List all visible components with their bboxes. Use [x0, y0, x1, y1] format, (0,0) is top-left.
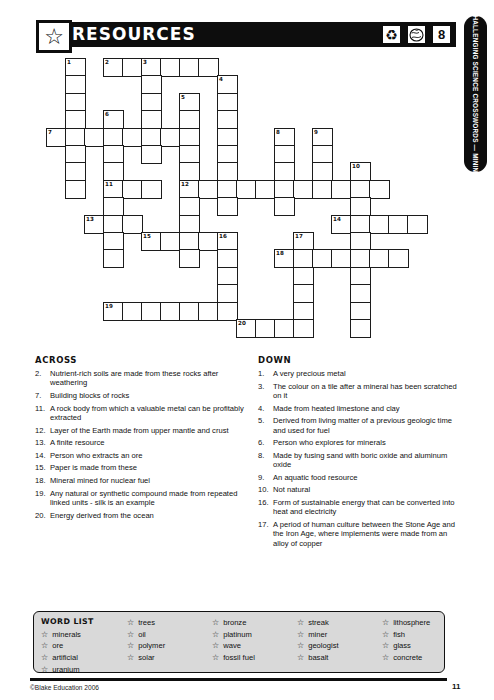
star-bullet-icon: ☆	[212, 641, 219, 650]
star-bullet-icon: ☆	[297, 653, 304, 662]
star-bullet-icon: ☆	[382, 641, 389, 650]
crossword-cell[interactable]	[179, 249, 200, 268]
crossword-cell[interactable]	[103, 249, 124, 268]
earth-icon	[409, 28, 424, 42]
crossword-cell[interactable]	[179, 110, 200, 129]
word-list-word: geologist	[308, 641, 338, 650]
word-list-box: WORD LIST☆minerals☆ore☆artificial☆uraniu…	[33, 611, 445, 673]
crossword-cell[interactable]	[179, 162, 200, 181]
word-list-item: ☆fish	[382, 629, 430, 641]
star-bullet-icon: ☆	[127, 653, 134, 662]
crossword-cell[interactable]	[217, 93, 238, 112]
word-list-column: WORD LIST☆minerals☆ore☆artificial☆uraniu…	[41, 617, 94, 675]
word-list-word: lithosphere	[393, 618, 430, 627]
puzzle-number: 8	[438, 27, 445, 42]
crossword-cell[interactable]	[179, 232, 200, 251]
clue-item-text: Not natural	[273, 485, 464, 494]
clue-item-number: 1.	[258, 369, 273, 378]
clue-number: 8	[276, 129, 280, 135]
word-list-item: ☆platinum	[212, 629, 255, 641]
word-list-item: ☆glass	[382, 640, 430, 652]
clue-item-text: Made from heated limestone and clay	[273, 404, 464, 413]
crossword-cell[interactable]	[198, 302, 219, 321]
footer-rule	[30, 678, 447, 681]
crossword-cell[interactable]	[122, 128, 143, 147]
clue-item-text: Derived from living matter of a previous…	[273, 416, 464, 435]
word-list-word: glass	[393, 641, 411, 650]
word-list-item: ☆ore	[41, 640, 94, 652]
crossword-cell[interactable]	[122, 302, 143, 321]
clue-item: 16.Form of sustainable energy that can b…	[258, 498, 464, 517]
star-bullet-icon: ☆	[41, 641, 48, 650]
crossword-cell[interactable]	[198, 180, 219, 199]
word-list-item: ☆lithosphere	[382, 617, 430, 629]
crossword-cell[interactable]: 1	[65, 58, 86, 77]
word-list-word: fish	[393, 630, 405, 639]
clue-item: 19.Any natural or synthetic compound mad…	[35, 489, 247, 508]
crossword-cell[interactable]	[293, 284, 314, 303]
clue-item-number: 11.	[35, 404, 50, 423]
clue-item: 5.Derived from living matter of a previo…	[258, 416, 464, 435]
clue-number: 16	[219, 233, 227, 239]
crossword-cell[interactable]	[103, 162, 124, 181]
word-list-column: ☆trees☆oil☆polymer☆solar	[127, 617, 165, 663]
crossword-cell[interactable]	[293, 249, 314, 268]
crossword-cell[interactable]	[65, 180, 86, 199]
word-list-item: ☆solar	[127, 652, 165, 664]
crossword-cell[interactable]	[274, 180, 295, 199]
star-bullet-icon: ☆	[212, 618, 219, 627]
clue-item: 4.Made from heated limestone and clay	[258, 404, 464, 413]
clue-item-text: Any natural or synthetic compound made f…	[50, 489, 247, 508]
crossword-cell[interactable]	[350, 249, 371, 268]
star-bullet-icon: ☆	[382, 653, 389, 662]
word-list-item: ☆oil	[127, 629, 165, 641]
crossword-cell[interactable]	[65, 75, 86, 94]
crossword-cell[interactable]: 6	[103, 110, 124, 129]
crossword-cell[interactable]: 14	[331, 215, 352, 234]
header-icons: ♻ 8	[381, 24, 452, 45]
crossword-cell[interactable]	[388, 249, 409, 268]
clue-item-number: 16.	[258, 498, 273, 517]
crossword-cell[interactable]	[103, 232, 124, 251]
star-bullet-icon: ☆	[382, 630, 389, 639]
clue-item-number: 4.	[258, 404, 273, 413]
crossword-cell[interactable]	[217, 128, 238, 147]
crossword-cell[interactable]	[198, 58, 219, 77]
crossword-cell[interactable]	[274, 319, 295, 338]
crossword-cell[interactable]	[217, 180, 238, 199]
recycle-icon: ♻	[385, 28, 398, 42]
word-list-item: ☆streak	[297, 617, 339, 629]
word-list-word: bronze	[223, 618, 246, 627]
crossword-cell[interactable]	[217, 249, 238, 268]
clue-item-number: 14.	[35, 451, 50, 460]
title-bar: RESOURCES ♻ 8	[64, 22, 456, 47]
clue-item-number: 17.	[258, 520, 273, 548]
crossword-cell[interactable]: 9	[312, 128, 333, 147]
clue-number: 19	[105, 303, 113, 309]
clue-item: 9.An aquatic food resource	[258, 473, 464, 482]
clue-item-number: 20.	[35, 511, 50, 520]
clue-item-text: Form of sustainable energy that can be c…	[273, 498, 464, 517]
clue-item: 8.Made by fusing sand with boric oxide a…	[258, 451, 464, 470]
clue-number: 6	[105, 111, 109, 117]
crossword-cell[interactable]	[350, 232, 371, 251]
word-list-word: miner	[308, 630, 327, 639]
crossword-cell[interactable]: 17	[293, 232, 314, 251]
word-list-item: ☆polymer	[127, 640, 165, 652]
clue-number: 15	[143, 233, 151, 239]
crossword-cell[interactable]: 18	[274, 249, 295, 268]
crossword-cell[interactable]	[293, 267, 314, 286]
crossword-cell[interactable]	[103, 145, 124, 164]
clue-item-number: 8.	[258, 451, 273, 470]
crossword-cell[interactable]	[122, 215, 143, 234]
crossword-cell[interactable]	[141, 110, 162, 129]
crossword-cell[interactable]	[160, 302, 181, 321]
across-clues: ACROSS 2.Nutrient-rich soils are made fr…	[35, 355, 247, 523]
crossword-cell[interactable]	[179, 58, 200, 77]
clue-number: 14	[333, 216, 341, 222]
word-list-word: oil	[138, 630, 146, 639]
word-list-item: ☆concrete	[382, 652, 430, 664]
star-bullet-icon: ☆	[41, 630, 48, 639]
clue-item-number: 5.	[258, 416, 273, 435]
word-list-word: minerals	[52, 630, 81, 639]
word-list-item: ☆minerals	[41, 629, 94, 641]
clue-item-number: 19.	[35, 489, 50, 508]
star-icon: ☆	[44, 26, 64, 48]
word-list-word: streak	[308, 618, 329, 627]
crossword-cell[interactable]	[179, 145, 200, 164]
word-list-word: fossil fuel	[223, 653, 255, 662]
crossword-cell[interactable]	[160, 232, 181, 251]
crossword-cell[interactable]	[236, 180, 257, 199]
clue-number: 3	[143, 59, 147, 65]
clue-item: 10.Not natural	[258, 485, 464, 494]
word-list-item: ☆artificial	[41, 652, 94, 664]
star-bullet-icon: ☆	[297, 618, 304, 627]
earth-badge	[406, 24, 427, 45]
crossword-cell[interactable]	[160, 128, 181, 147]
word-list-word: platinum	[223, 630, 252, 639]
clue-number: 11	[105, 181, 113, 187]
word-list-word: concrete	[393, 653, 422, 662]
clue-item-text: Paper is made from these	[50, 463, 247, 472]
clue-item-text: A period of human culture between the St…	[273, 520, 464, 548]
word-list-word: uranium	[52, 665, 79, 674]
star-bullet-icon: ☆	[127, 630, 134, 639]
crossword-cell[interactable]	[179, 215, 200, 234]
crossword-cell[interactable]	[198, 232, 219, 251]
crossword-cell[interactable]	[217, 197, 238, 216]
clue-item-text: A finite resource	[50, 438, 247, 447]
clue-item: 18.Mineral mined for nuclear fuel	[35, 476, 247, 485]
crossword-cell[interactable]	[331, 249, 352, 268]
crossword-cell[interactable]: 13	[84, 215, 105, 234]
crossword-cell[interactable]: 3	[141, 58, 162, 77]
crossword-cell[interactable]	[312, 162, 333, 181]
star-bullet-icon: ☆	[382, 618, 389, 627]
crossword-cell[interactable]	[141, 93, 162, 112]
word-list-column: ☆bronze☆platinum☆wave☆fossil fuel	[212, 617, 255, 663]
clue-item: 6.Person who explores for minerals	[258, 438, 464, 447]
word-list-word: wave	[223, 641, 241, 650]
crossword-cell[interactable]	[350, 215, 371, 234]
crossword-cell[interactable]	[217, 110, 238, 129]
clue-item-text: Person who explores for minerals	[273, 438, 464, 447]
crossword-cell[interactable]	[274, 162, 295, 181]
crossword-cell[interactable]	[274, 197, 295, 216]
crossword-cell[interactable]	[388, 215, 409, 234]
clue-number: 17	[295, 233, 303, 239]
crossword-cell[interactable]	[65, 93, 86, 112]
crossword-cell[interactable]	[350, 267, 371, 286]
series-side-tab: CHALLENGING SCIENCE CROSSWORDS — MINING	[464, 16, 487, 172]
crossword-cell[interactable]	[217, 162, 238, 181]
clue-item-text: Mineral mined for nuclear fuel	[50, 476, 247, 485]
clue-item: 15.Paper is made from these	[35, 463, 247, 472]
across-heading: ACROSS	[35, 355, 247, 365]
down-heading: DOWN	[258, 355, 464, 365]
clue-item: 7.Building blocks of rocks	[35, 391, 247, 400]
crossword-cell[interactable]	[103, 215, 124, 234]
crossword-cell[interactable]	[407, 215, 428, 234]
clue-item-number: 9.	[258, 473, 273, 482]
star-bullet-icon: ☆	[127, 641, 134, 650]
word-list-word: basalt	[308, 653, 328, 662]
clue-number: 10	[352, 163, 360, 169]
crossword-cell[interactable]	[350, 180, 371, 199]
crossword-cell[interactable]	[122, 180, 143, 199]
crossword-cell[interactable]	[65, 128, 86, 147]
crossword-cell[interactable]	[141, 128, 162, 147]
crossword-cell[interactable]	[255, 180, 276, 199]
crossword-cell[interactable]	[369, 180, 390, 199]
word-list-title: WORD LIST	[41, 617, 94, 629]
star-bullet-icon: ☆	[41, 653, 48, 662]
crossword-cell[interactable]	[312, 145, 333, 164]
crossword-cell[interactable]	[103, 197, 124, 216]
word-list-column: ☆streak☆miner☆geologist☆basalt	[297, 617, 339, 663]
clue-item: 11.A rock body from which a valuable met…	[35, 404, 247, 423]
clue-item-text: Made by fusing sand with boric oxide and…	[273, 451, 464, 470]
crossword-cell[interactable]	[312, 180, 333, 199]
word-list-item: ☆bronze	[212, 617, 255, 629]
crossword-cell[interactable]	[141, 302, 162, 321]
page-number: 11	[452, 682, 460, 691]
crossword-cell[interactable]: 20	[236, 319, 257, 338]
clue-item-text: A very precious metal	[273, 369, 464, 378]
clue-item: 17.A period of human culture between the…	[258, 520, 464, 548]
crossword-cell[interactable]: 8	[274, 128, 295, 147]
page-title: RESOURCES	[72, 24, 196, 44]
crossword-cell[interactable]	[179, 197, 200, 216]
crossword-cell[interactable]	[179, 302, 200, 321]
crossword-cell[interactable]	[103, 128, 124, 147]
clue-item-number: 6.	[258, 438, 273, 447]
star-bullet-icon: ☆	[41, 665, 48, 674]
crossword-cell[interactable]	[122, 58, 143, 77]
crossword-cell[interactable]: 15	[141, 232, 162, 251]
star-bullet-icon: ☆	[297, 630, 304, 639]
word-list-item: ☆geologist	[297, 640, 339, 652]
clue-item: 1.A very precious metal	[258, 369, 464, 378]
crossword-cell[interactable]	[217, 267, 238, 286]
star-bullet-icon: ☆	[212, 653, 219, 662]
clue-number: 1	[67, 59, 71, 65]
word-list-word: ore	[52, 641, 63, 650]
clue-item: 20.Energy derived from the ocean	[35, 511, 247, 520]
word-list-word: polymer	[138, 641, 165, 650]
crossword-cell[interactable]	[179, 128, 200, 147]
clue-number: 7	[48, 129, 52, 135]
star-bullet-icon: ☆	[127, 618, 134, 627]
word-list-word: artificial	[52, 653, 78, 662]
clue-item: 14.Person who extracts an ore	[35, 451, 247, 460]
crossword-cell[interactable]	[141, 145, 162, 164]
crossword-cell[interactable]	[217, 145, 238, 164]
clue-item-text: The colour on a tile after a mineral has…	[273, 382, 464, 401]
crossword-cell[interactable]	[255, 319, 276, 338]
clue-item-number: 10.	[258, 485, 273, 494]
word-list-item: ☆miner	[297, 629, 339, 641]
crossword-cell[interactable]: 12	[179, 180, 200, 199]
crossword-cell[interactable]: 10	[350, 162, 371, 181]
clue-number: 20	[238, 320, 246, 326]
crossword-cell[interactable]	[84, 128, 105, 147]
crossword-cell[interactable]: 2	[103, 58, 124, 77]
crossword-cell[interactable]	[65, 110, 86, 129]
clue-number: 12	[181, 181, 189, 187]
clue-item-number: 15.	[35, 463, 50, 472]
crossword-cell[interactable]	[217, 302, 238, 321]
crossword-cell[interactable]: 19	[103, 302, 124, 321]
crossword-cell[interactable]	[274, 145, 295, 164]
clue-item: 12.Layer of the Earth made from upper ma…	[35, 426, 247, 435]
crossword-cell[interactable]	[369, 249, 390, 268]
clue-item-number: 12.	[35, 426, 50, 435]
worksheet-page: RESOURCES ♻ 8 ☆ CHALLENGING SCIENCE CROS…	[0, 0, 494, 700]
clue-item-number: 7.	[35, 391, 50, 400]
crossword-cell[interactable]	[331, 180, 352, 199]
clue-item: 13.A finite resource	[35, 438, 247, 447]
clue-item-text: Nutrient-rich soils are made from these …	[50, 369, 247, 388]
crossword-cell[interactable]	[217, 284, 238, 303]
word-list-item: ☆fossil fuel	[212, 652, 255, 664]
clue-item: 3.The colour on a tile after a mineral h…	[258, 382, 464, 401]
crossword-cell[interactable]	[312, 249, 333, 268]
clue-item-number: 13.	[35, 438, 50, 447]
crossword-cell[interactable]: 7	[46, 128, 67, 147]
clue-item-number: 18.	[35, 476, 50, 485]
clue-number: 5	[181, 94, 185, 100]
crossword-cell[interactable]	[141, 180, 162, 199]
clue-item-text: Energy derived from the ocean	[50, 511, 247, 520]
word-list-word: trees	[138, 618, 155, 627]
crossword-cell[interactable]	[293, 319, 314, 338]
clue-item-text: Person who extracts an ore	[50, 451, 247, 460]
crossword-cell[interactable]	[293, 180, 314, 199]
crossword-cell[interactable]	[160, 58, 181, 77]
copyright: ©Blake Education 2006	[30, 684, 99, 691]
crossword-cell[interactable]: 16	[217, 232, 238, 251]
crossword-cell[interactable]	[293, 302, 314, 321]
crossword-cell[interactable]	[65, 145, 86, 164]
crossword-cell[interactable]	[350, 284, 371, 303]
clue-item-text: Layer of the Earth made from upper mantl…	[50, 426, 247, 435]
word-list-item: ☆wave	[212, 640, 255, 652]
clue-number: 18	[276, 250, 284, 256]
puzzle-number-badge: 8	[431, 24, 452, 45]
word-list-word: solar	[138, 653, 154, 662]
star-badge: ☆	[36, 20, 72, 53]
clue-item-number: 3.	[258, 382, 273, 401]
recycle-badge: ♻	[381, 24, 402, 45]
crossword-cell[interactable]	[141, 75, 162, 94]
clue-number: 4	[219, 76, 223, 82]
clue-number: 13	[86, 216, 94, 222]
crossword-cell[interactable]: 5	[179, 93, 200, 112]
clue-number: 9	[314, 129, 318, 135]
clue-item-text: An aquatic food resource	[273, 473, 464, 482]
crossword-cell[interactable]: 11	[103, 180, 124, 199]
star-bullet-icon: ☆	[297, 641, 304, 650]
star-bullet-icon: ☆	[212, 630, 219, 639]
clue-item: 2.Nutrient-rich soils are made from thes…	[35, 369, 247, 388]
crossword-cell[interactable]	[350, 197, 371, 216]
crossword-cell[interactable]: 4	[217, 75, 238, 94]
word-list-item: ☆uranium	[41, 663, 94, 675]
clue-item-number: 2.	[35, 369, 50, 388]
word-list-item: ☆trees	[127, 617, 165, 629]
word-list-item: ☆basalt	[297, 652, 339, 664]
crossword-cell[interactable]	[65, 162, 86, 181]
crossword-cell[interactable]	[369, 215, 390, 234]
crossword-cell[interactable]	[350, 319, 371, 338]
clue-item-text: Building blocks of rocks	[50, 391, 247, 400]
clue-item-text: A rock body from which a valuable metal …	[50, 404, 247, 423]
word-list-column: ☆lithosphere☆fish☆glass☆concrete	[382, 617, 430, 663]
clue-number: 2	[105, 59, 109, 65]
crossword-cell[interactable]	[350, 302, 371, 321]
down-clues: DOWN 1.A very precious metal3.The colour…	[258, 355, 464, 551]
